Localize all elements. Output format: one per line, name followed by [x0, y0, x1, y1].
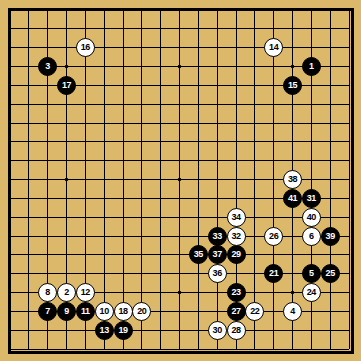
stone-white-36[interactable]: 36	[208, 264, 227, 283]
stone-black-5[interactable]: 5	[302, 264, 321, 283]
stone-black-31[interactable]: 31	[302, 189, 321, 208]
star-point	[178, 178, 182, 182]
star-point	[291, 65, 295, 69]
stone-white-6[interactable]: 6	[302, 227, 321, 246]
stone-black-39[interactable]: 39	[321, 227, 340, 246]
star-point	[178, 291, 182, 295]
star-point	[178, 65, 182, 69]
star-point	[65, 65, 69, 69]
stone-black-9[interactable]: 9	[57, 302, 76, 321]
stone-white-4[interactable]: 4	[283, 302, 302, 321]
stone-white-18[interactable]: 18	[114, 302, 133, 321]
stone-white-32[interactable]: 32	[227, 227, 246, 246]
go-board[interactable]: 1234567891011121314151617181920212223242…	[0, 0, 361, 361]
stone-white-2[interactable]: 2	[57, 283, 76, 302]
stone-black-37[interactable]: 37	[208, 245, 227, 264]
stone-white-30[interactable]: 30	[208, 321, 227, 340]
stone-black-11[interactable]: 11	[76, 302, 95, 321]
stone-white-26[interactable]: 26	[264, 227, 283, 246]
stone-black-17[interactable]: 17	[57, 76, 76, 95]
stone-black-7[interactable]: 7	[38, 302, 57, 321]
stone-black-29[interactable]: 29	[227, 245, 246, 264]
stone-white-10[interactable]: 10	[95, 302, 114, 321]
stone-white-28[interactable]: 28	[227, 321, 246, 340]
stone-white-34[interactable]: 34	[227, 208, 246, 227]
stone-black-13[interactable]: 13	[95, 321, 114, 340]
stone-black-1[interactable]: 1	[302, 57, 321, 76]
stone-white-12[interactable]: 12	[76, 283, 95, 302]
stone-black-27[interactable]: 27	[227, 302, 246, 321]
stone-black-25[interactable]: 25	[321, 264, 340, 283]
stone-white-24[interactable]: 24	[302, 283, 321, 302]
stone-black-33[interactable]: 33	[208, 227, 227, 246]
star-point	[65, 178, 69, 182]
stone-white-40[interactable]: 40	[302, 208, 321, 227]
stone-black-19[interactable]: 19	[114, 321, 133, 340]
stone-black-15[interactable]: 15	[283, 76, 302, 95]
stone-black-23[interactable]: 23	[227, 283, 246, 302]
stone-white-38[interactable]: 38	[283, 170, 302, 189]
star-point	[291, 291, 295, 295]
stone-white-16[interactable]: 16	[76, 38, 95, 57]
stone-black-41[interactable]: 41	[283, 189, 302, 208]
